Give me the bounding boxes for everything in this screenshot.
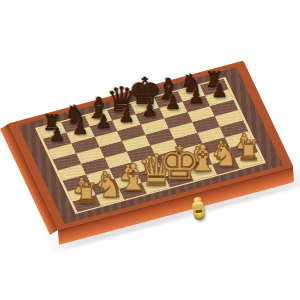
white-rook: ♜ [73,180,101,208]
white-pawn: ♟ [164,150,186,172]
piece-shadow [96,185,110,188]
black-pawn: ♟ [48,126,66,144]
piece-shadow [157,97,175,102]
piece-shadow [76,202,94,206]
white-queen: ♛ [135,149,178,192]
piece-shadow [238,158,256,162]
white-knight: ♞ [94,171,126,203]
piece-shadow [140,182,168,189]
black-pawn: ♟ [71,119,89,137]
white-pawn: ♟ [140,156,162,178]
piece-shadow [212,154,226,157]
piece-shadow [72,133,84,136]
white-pawn: ♟ [187,144,209,166]
piece-shadow [109,109,131,114]
white-king: ♚ [156,139,203,186]
piece-shadow [43,129,57,132]
piece-shadow [87,116,105,121]
white-pawn: ♟ [210,138,232,160]
black-bishop: ♝ [84,94,113,123]
piece-shadow [119,121,131,124]
piece-shadow [95,127,107,130]
white-pawn: ♟ [117,162,139,184]
brass-clasp-icon [189,196,208,223]
white-pawn: ♟ [71,175,93,197]
piece-shadow [235,148,249,151]
piece-shadow [165,167,179,170]
black-knight: ♞ [63,103,88,128]
piece-shadow [165,109,177,112]
black-queen: ♛ [105,83,139,117]
black-pawn: ♟ [187,88,205,106]
piece-shadow [206,85,220,88]
piece-shadow [119,179,133,182]
black-pawn: ♟ [164,94,182,112]
piece-shadow [49,140,61,143]
white-rook: ♜ [235,137,263,165]
piece-shadow [119,189,143,195]
black-knight: ♞ [179,72,204,97]
piece-shadow [189,161,203,164]
piece-shadow [65,122,81,126]
piece-shadow [98,195,118,200]
piece-shadow [73,192,87,195]
black-rook: ♜ [41,112,63,134]
piece-shadow [214,164,234,169]
black-pawn: ♟ [117,107,135,125]
black-pawn: ♟ [141,101,159,119]
piece-shadow [181,91,197,95]
piece-shadow [212,96,224,99]
piece-shadow [131,103,155,109]
white-pawn: ♟ [233,131,255,153]
white-bishop: ♝ [184,141,221,178]
pieces-layer: ♜♞♝♛♚♝♞♜♟♟♟♟♟♟♟♟♟♟♟♟♟♟♟♟♜♞♝♛♚♝♞♜ [0,0,300,300]
white-knight: ♞ [210,140,242,172]
black-pawn: ♟ [210,82,228,100]
piece-shadow [142,115,154,118]
black-pawn: ♟ [94,113,112,131]
white-bishop: ♝ [115,160,152,197]
black-bishop: ♝ [154,75,183,104]
piece-shadow [162,175,192,183]
chess-set-photo: ♜♞♝♛♚♝♞♜♟♟♟♟♟♟♟♟♟♟♟♟♟♟♟♟♜♞♝♛♚♝♞♜ [0,0,300,300]
black-rook: ♜ [204,69,226,91]
white-pawn: ♟ [94,169,116,191]
black-king: ♚ [126,74,163,111]
piece-shadow [188,102,200,105]
piece-shadow [189,170,213,176]
piece-shadow [142,173,156,176]
